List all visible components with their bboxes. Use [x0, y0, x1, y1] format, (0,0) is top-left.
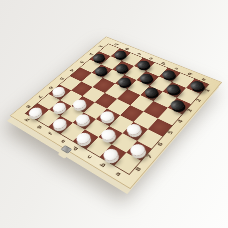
chess-board: hgfedcba hgfedcba 87654321 87654321 ⛀⛀⛂⛀… [10, 37, 222, 190]
black-checker-a1[interactable]: ⛂ [188, 80, 206, 92]
photo-scene: hgfedcba hgfedcba 87654321 87654321 ⛀⛀⛂⛀… [0, 0, 228, 228]
board-grid: ⛀⛀⛂⛀⛂⛂⛀⛀⛂⛀⛂⛂⛀⛀⛂⛀⛂⛂⛀⛀⛂⛀⛂⛂ [26, 44, 209, 174]
